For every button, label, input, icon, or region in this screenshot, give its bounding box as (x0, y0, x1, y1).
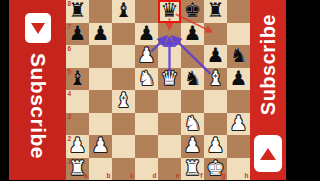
square-f2[interactable]: ♟ (181, 135, 204, 158)
square-f4[interactable] (181, 90, 204, 113)
rank-label: 6 (68, 46, 72, 53)
black-p-piece: ♟ (138, 23, 156, 43)
file-label: h (245, 173, 249, 180)
black-p-piece: ♟ (92, 23, 110, 43)
subscribe-label-right: Subscribe (257, 14, 280, 115)
square-e1[interactable]: e (158, 158, 181, 181)
subscribe-panel-left[interactable]: Subscribe (9, 0, 66, 180)
rank-label: 2 (68, 136, 72, 143)
square-h5[interactable]: ♟ (227, 68, 250, 91)
file-label: a (84, 173, 88, 180)
subscribe-panel-right[interactable]: Subscribe (250, 0, 286, 180)
square-d1[interactable]: d (135, 158, 158, 181)
square-b2[interactable]: ♟ (89, 135, 112, 158)
square-e7[interactable] (158, 23, 181, 46)
square-e5[interactable]: ♛ (158, 68, 181, 91)
square-h6[interactable]: ♞ (227, 45, 250, 68)
square-f3[interactable]: ♞ (181, 113, 204, 136)
square-f5[interactable]: ♞ (181, 68, 204, 91)
white-p-piece: ♟ (207, 135, 225, 155)
square-g4[interactable] (204, 90, 227, 113)
rank-label: 1 (68, 159, 72, 166)
square-e4[interactable] (158, 90, 181, 113)
square-c6[interactable] (112, 45, 135, 68)
white-q-piece: ♛ (161, 68, 179, 88)
file-label: f (200, 173, 202, 180)
square-c8[interactable]: ♝ (112, 0, 135, 23)
square-e8[interactable]: ♛ (158, 0, 181, 23)
square-a5[interactable]: ♝5 (66, 68, 89, 91)
square-h1[interactable]: h (227, 158, 250, 181)
square-b4[interactable] (89, 90, 112, 113)
square-d5[interactable]: ♞ (135, 68, 158, 91)
square-a1[interactable]: ♜1a (66, 158, 89, 181)
white-n-piece: ♞ (184, 113, 202, 133)
square-f1[interactable]: ♜f (181, 158, 204, 181)
square-a3[interactable]: 3 (66, 113, 89, 136)
black-p-piece: ♟ (69, 23, 87, 43)
square-a7[interactable]: ♟7 (66, 23, 89, 46)
square-f8[interactable]: ♚ (181, 0, 204, 23)
square-c4[interactable]: ♝ (112, 90, 135, 113)
youtube-play-icon (254, 135, 282, 172)
square-g1[interactable]: ♚g (204, 158, 227, 181)
square-e3[interactable] (158, 113, 181, 136)
square-c7[interactable] (112, 23, 135, 46)
square-b1[interactable]: b (89, 158, 112, 181)
file-label: e (176, 173, 180, 180)
square-f7[interactable]: ♟ (181, 23, 204, 46)
square-g5[interactable]: ♝ (204, 68, 227, 91)
square-c5[interactable] (112, 68, 135, 91)
square-g8[interactable]: ♜ (204, 0, 227, 23)
chess-board: ♜8♝♛♚♜♟7♟♟♟6♟♟♞♝5♞♛♞♝♟4♝3♞♟♟2♟♟♟♜1abcde♜… (66, 0, 250, 180)
square-h7[interactable] (227, 23, 250, 46)
square-a2[interactable]: ♟2 (66, 135, 89, 158)
white-b-piece: ♝ (115, 90, 133, 110)
black-b-piece: ♝ (115, 0, 133, 20)
white-b-piece: ♝ (207, 68, 225, 88)
file-label: g (222, 173, 226, 180)
rank-label: 4 (68, 91, 72, 98)
black-r-piece: ♜ (207, 0, 225, 20)
square-d2[interactable] (135, 135, 158, 158)
black-p-piece: ♟ (230, 68, 248, 88)
white-p-piece: ♟ (69, 135, 87, 155)
white-r-piece: ♜ (184, 158, 202, 178)
black-n-piece: ♞ (230, 45, 248, 65)
rank-label: 5 (68, 69, 72, 76)
black-b-piece: ♝ (69, 68, 87, 88)
rank-label: 3 (68, 114, 72, 121)
square-c1[interactable]: c (112, 158, 135, 181)
file-label: c (130, 173, 134, 180)
square-a6[interactable]: 6 (66, 45, 89, 68)
square-e6[interactable] (158, 45, 181, 68)
white-p-piece: ♟ (230, 113, 248, 133)
square-b3[interactable] (89, 113, 112, 136)
square-h4[interactable] (227, 90, 250, 113)
play-triangle-up-icon (260, 148, 276, 160)
square-h8[interactable] (227, 0, 250, 23)
black-p-piece: ♟ (184, 23, 202, 43)
square-d6[interactable]: ♟ (135, 45, 158, 68)
rank-label: 7 (68, 24, 72, 31)
square-d4[interactable] (135, 90, 158, 113)
black-k-piece: ♚ (184, 0, 202, 20)
file-label: d (153, 173, 157, 180)
square-b8[interactable] (89, 0, 112, 23)
rank-label: 8 (68, 1, 72, 8)
square-a4[interactable]: 4 (66, 90, 89, 113)
square-e2[interactable] (158, 135, 181, 158)
letterbox-left (0, 0, 9, 180)
black-q-piece: ♛ (161, 0, 179, 20)
black-p-piece: ♟ (207, 45, 225, 65)
square-d3[interactable] (135, 113, 158, 136)
square-g6[interactable]: ♟ (204, 45, 227, 68)
square-c3[interactable] (112, 113, 135, 136)
square-g3[interactable] (204, 113, 227, 136)
white-p-piece: ♟ (184, 135, 202, 155)
square-d7[interactable]: ♟ (135, 23, 158, 46)
square-d8[interactable] (135, 0, 158, 23)
square-b7[interactable]: ♟ (89, 23, 112, 46)
square-a8[interactable]: ♜8 (66, 0, 89, 23)
square-c2[interactable] (112, 135, 135, 158)
square-b5[interactable] (89, 68, 112, 91)
youtube-play-icon (25, 13, 51, 43)
play-triangle-down-icon (31, 23, 45, 34)
subscribe-label-left: Subscribe (26, 53, 50, 159)
black-n-piece: ♞ (184, 68, 202, 88)
square-h3[interactable]: ♟ (227, 113, 250, 136)
square-g2[interactable]: ♟ (204, 135, 227, 158)
white-p-piece: ♟ (138, 45, 156, 65)
white-p-piece: ♟ (92, 135, 110, 155)
board-squares: ♜8♝♛♚♜♟7♟♟♟6♟♟♞♝5♞♛♞♝♟4♝3♞♟♟2♟♟♟♜1abcde♜… (66, 0, 250, 180)
square-g7[interactable] (204, 23, 227, 46)
white-n-piece: ♞ (138, 68, 156, 88)
file-label: b (107, 173, 111, 180)
square-b6[interactable] (89, 45, 112, 68)
square-h2[interactable] (227, 135, 250, 158)
square-f6[interactable] (181, 45, 204, 68)
black-r-piece: ♜ (69, 0, 87, 20)
letterbox-right (286, 0, 320, 180)
video-frame: Subscribe ♜8♝♛♚♜♟7♟♟♟6♟♟♞♝5♞♛♞♝♟4♝3♞♟♟2♟… (0, 0, 320, 180)
